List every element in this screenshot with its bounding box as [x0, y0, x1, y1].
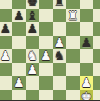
square-e5[interactable]: ♟ — [53, 36, 67, 50]
square-h5[interactable] — [93, 36, 100, 50]
square-d7[interactable] — [39, 9, 53, 23]
square-e3[interactable] — [53, 63, 67, 77]
square-h1[interactable] — [93, 90, 100, 101]
square-g5[interactable]: ♟ — [80, 36, 94, 50]
square-f3[interactable] — [66, 63, 80, 77]
white-pawn-g2[interactable]: ♟ — [80, 76, 94, 90]
square-e2[interactable] — [53, 76, 67, 90]
square-b4[interactable] — [12, 49, 26, 63]
square-d4[interactable]: ♟ — [39, 49, 53, 63]
square-a1[interactable] — [0, 90, 12, 101]
square-b5[interactable] — [12, 36, 26, 50]
white-pawn-e5[interactable]: ♟ — [53, 36, 67, 50]
square-a3[interactable] — [0, 63, 12, 77]
white-rook-f7[interactable]: ♜ — [66, 9, 80, 23]
square-b3[interactable] — [12, 63, 26, 77]
square-d2[interactable] — [39, 76, 53, 90]
square-b2[interactable]: ♟ — [12, 76, 26, 90]
square-d3[interactable] — [39, 63, 53, 77]
square-d1[interactable] — [39, 90, 53, 101]
square-g7[interactable] — [80, 9, 94, 23]
square-b1[interactable] — [12, 90, 26, 101]
square-f4[interactable] — [66, 49, 80, 63]
square-c5[interactable] — [26, 36, 40, 50]
black-pawn-a6[interactable]: ♟ — [0, 22, 12, 36]
square-f6[interactable] — [66, 22, 80, 36]
square-f7[interactable]: ♜ — [66, 9, 80, 23]
square-e4[interactable]: ♞ — [53, 49, 67, 63]
square-e6[interactable] — [53, 22, 67, 36]
square-d8[interactable] — [39, 0, 53, 9]
black-rook-e8[interactable]: ♜ — [53, 0, 67, 9]
white-pawn-c3[interactable]: ♟ — [26, 63, 40, 77]
white-pawn-d4[interactable]: ♟ — [39, 49, 53, 63]
black-pawn-g5[interactable]: ♟ — [80, 36, 94, 50]
black-knight-e4[interactable]: ♞ — [53, 49, 67, 63]
square-c4[interactable]: ♞ — [26, 49, 40, 63]
square-g4[interactable] — [80, 49, 94, 63]
white-pawn-b2[interactable]: ♟ — [12, 76, 26, 90]
white-pawn-a4[interactable]: ♟ — [0, 49, 12, 63]
square-g8[interactable] — [80, 0, 94, 9]
square-h8[interactable] — [93, 0, 100, 9]
square-h6[interactable] — [93, 22, 100, 36]
square-f2[interactable] — [66, 76, 80, 90]
square-f1[interactable] — [66, 90, 80, 101]
square-c7[interactable]: ♝ — [26, 9, 40, 23]
square-b6[interactable] — [12, 22, 26, 36]
square-a8[interactable] — [0, 0, 12, 9]
square-d5[interactable] — [39, 36, 53, 50]
square-b7[interactable]: ♟ — [12, 9, 26, 23]
square-h3[interactable] — [93, 63, 100, 77]
square-g6[interactable] — [80, 22, 94, 36]
square-f5[interactable] — [66, 36, 80, 50]
square-d6[interactable] — [39, 22, 53, 36]
white-knight-c4[interactable]: ♞ — [26, 49, 40, 63]
square-a5[interactable] — [0, 36, 12, 50]
square-e7[interactable] — [53, 9, 67, 23]
square-c1[interactable] — [26, 90, 40, 101]
black-pawn-c6[interactable]: ♟ — [26, 22, 40, 36]
square-h2[interactable] — [93, 76, 100, 90]
chess-board: ♚♜♟♝♜♟♟♟♟♟♞♟♞♟♟♟♚ — [0, 0, 100, 100]
square-h7[interactable] — [93, 9, 100, 23]
square-e8[interactable]: ♜ — [53, 0, 67, 9]
square-a4[interactable]: ♟ — [0, 49, 12, 63]
black-bishop-c7[interactable]: ♝ — [26, 9, 40, 23]
square-g1[interactable]: ♚ — [80, 90, 94, 101]
square-c6[interactable]: ♟ — [26, 22, 40, 36]
square-h4[interactable] — [93, 49, 100, 63]
square-a2[interactable] — [0, 76, 12, 90]
square-a7[interactable] — [0, 9, 12, 23]
square-g3[interactable] — [80, 63, 94, 77]
square-e1[interactable] — [53, 90, 67, 101]
square-g2[interactable]: ♟ — [80, 76, 94, 90]
square-c2[interactable] — [26, 76, 40, 90]
white-king-g1[interactable]: ♚ — [80, 90, 94, 101]
black-pawn-b7[interactable]: ♟ — [12, 9, 26, 23]
square-a6[interactable]: ♟ — [0, 22, 12, 36]
board-viewport: ♚♜♟♝♜♟♟♟♟♟♞♟♞♟♟♟♚ — [0, 0, 100, 100]
square-c3[interactable]: ♟ — [26, 63, 40, 77]
